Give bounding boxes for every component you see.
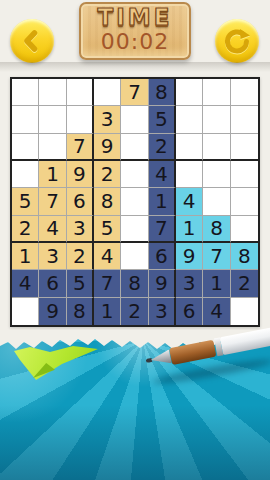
sudoku-cell[interactable]: [176, 106, 203, 133]
back-button[interactable]: [10, 19, 54, 63]
sudoku-cell[interactable]: [12, 134, 39, 161]
sudoku-cell[interactable]: 4: [39, 216, 66, 243]
sudoku-cell[interactable]: 1: [203, 270, 230, 297]
sudoku-cell[interactable]: 2: [12, 216, 39, 243]
sudoku-cell[interactable]: [12, 106, 39, 133]
sudoku-cell[interactable]: 5: [12, 188, 39, 215]
sudoku-cell[interactable]: 5: [149, 106, 176, 133]
sudoku-cell[interactable]: [231, 134, 258, 161]
sudoku-cell[interactable]: 9: [149, 270, 176, 297]
sudoku-cell[interactable]: 7: [67, 134, 94, 161]
sudoku-cell[interactable]: 2: [67, 243, 94, 270]
sudoku-cell[interactable]: 5: [67, 270, 94, 297]
sudoku-cell[interactable]: 1: [149, 188, 176, 215]
sudoku-cell[interactable]: 7: [203, 243, 230, 270]
sudoku-cell[interactable]: [39, 79, 66, 106]
sudoku-cell[interactable]: 7: [121, 79, 148, 106]
sudoku-cell[interactable]: [39, 134, 66, 161]
sudoku-cell[interactable]: 9: [94, 134, 121, 161]
sudoku-cell[interactable]: 8: [94, 188, 121, 215]
sudoku-cell[interactable]: 8: [67, 298, 94, 325]
sudoku-cell[interactable]: [203, 79, 230, 106]
sudoku-cell[interactable]: 9: [176, 243, 203, 270]
sudoku-cell[interactable]: 4: [12, 270, 39, 297]
sudoku-cell[interactable]: 9: [67, 161, 94, 188]
sudoku-cell[interactable]: [121, 161, 148, 188]
sudoku-cell[interactable]: 9: [39, 298, 66, 325]
sudoku-cell[interactable]: 1: [176, 216, 203, 243]
sudoku-app-screen: TIME 00:02 78357921924576814243571813246…: [0, 0, 270, 480]
sudoku-cell[interactable]: 7: [149, 216, 176, 243]
sudoku-cell[interactable]: [203, 106, 230, 133]
sudoku-cell[interactable]: [176, 161, 203, 188]
sudoku-cell[interactable]: 4: [176, 188, 203, 215]
sudoku-cell[interactable]: [231, 79, 258, 106]
sudoku-cell[interactable]: [231, 298, 258, 325]
sudoku-cell[interactable]: [231, 161, 258, 188]
pen-tip-cone: [149, 349, 171, 367]
sudoku-cell[interactable]: [12, 298, 39, 325]
sudoku-cell[interactable]: [39, 106, 66, 133]
sudoku-cell[interactable]: 8: [203, 216, 230, 243]
sudoku-cell[interactable]: [121, 134, 148, 161]
chevron-left-icon: [17, 26, 47, 56]
sudoku-cell[interactable]: 4: [203, 298, 230, 325]
sudoku-cell[interactable]: 1: [12, 243, 39, 270]
sudoku-cell[interactable]: [176, 134, 203, 161]
sudoku-cell[interactable]: [231, 216, 258, 243]
sudoku-cell[interactable]: 2: [121, 298, 148, 325]
sudoku-grid: 7835792192457681424357181324697846578931…: [10, 77, 260, 327]
sudoku-cell[interactable]: 5: [94, 216, 121, 243]
sudoku-cell[interactable]: 8: [231, 243, 258, 270]
sudoku-cell[interactable]: 2: [94, 161, 121, 188]
sudoku-cell[interactable]: 1: [94, 298, 121, 325]
sudoku-cell[interactable]: [67, 79, 94, 106]
sudoku-cell[interactable]: 3: [67, 216, 94, 243]
header-shadow: [0, 62, 270, 72]
sudoku-cell[interactable]: [121, 188, 148, 215]
sudoku-cell[interactable]: 4: [94, 243, 121, 270]
sudoku-cell[interactable]: [203, 134, 230, 161]
sudoku-cell[interactable]: 3: [94, 106, 121, 133]
restart-button[interactable]: [215, 19, 259, 63]
sudoku-cell[interactable]: [121, 243, 148, 270]
sudoku-cell[interactable]: [12, 161, 39, 188]
sudoku-cell[interactable]: [94, 79, 121, 106]
redo-icon: [222, 26, 252, 56]
sudoku-cell[interactable]: 8: [149, 79, 176, 106]
sudoku-cell[interactable]: 7: [94, 270, 121, 297]
timer-value: 00:02: [81, 29, 189, 54]
sudoku-cell[interactable]: 7: [39, 188, 66, 215]
sudoku-cell[interactable]: 4: [149, 161, 176, 188]
sudoku-cell[interactable]: 2: [231, 270, 258, 297]
sudoku-cell[interactable]: [203, 188, 230, 215]
sudoku-cell[interactable]: [231, 106, 258, 133]
sudoku-cell[interactable]: 1: [39, 161, 66, 188]
sudoku-cell[interactable]: 6: [149, 243, 176, 270]
pen-point: [146, 358, 153, 363]
sudoku-cell[interactable]: [12, 79, 39, 106]
sudoku-cell[interactable]: 2: [149, 134, 176, 161]
sudoku-cell[interactable]: [203, 161, 230, 188]
sudoku-cell[interactable]: 3: [39, 243, 66, 270]
sudoku-cell[interactable]: [121, 106, 148, 133]
time-sign: TIME 00:02: [79, 2, 191, 60]
sudoku-cell[interactable]: 6: [176, 298, 203, 325]
sudoku-cell[interactable]: [121, 216, 148, 243]
sudoku-cell[interactable]: 8: [121, 270, 148, 297]
sudoku-cell[interactable]: 6: [67, 188, 94, 215]
sudoku-cell[interactable]: [67, 106, 94, 133]
sudoku-cell[interactable]: [231, 188, 258, 215]
time-sign-title: TIME: [81, 4, 189, 30]
sudoku-cell[interactable]: 3: [149, 298, 176, 325]
sudoku-cell[interactable]: [176, 79, 203, 106]
sudoku-cell[interactable]: 6: [39, 270, 66, 297]
sudoku-cell[interactable]: 3: [176, 270, 203, 297]
